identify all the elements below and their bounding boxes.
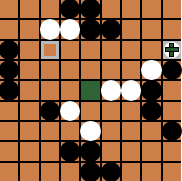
black-stone [60,141,80,161]
cell-r7c2[interactable] [41,142,59,160]
cursor-cell-r2c8[interactable] [163,41,181,59]
cell-r5c2[interactable] [41,102,59,120]
cell-r8c7[interactable] [142,163,160,181]
cell-r8c6[interactable] [122,163,140,181]
cell-r4c4[interactable] [81,81,99,99]
black-stone [141,101,161,121]
black-stone [141,80,161,100]
cell-r1c4[interactable] [81,20,99,38]
black-stone [80,141,100,161]
cell-r4c8[interactable] [163,81,181,99]
cell-r2c0[interactable] [0,41,18,59]
cell-r6c2[interactable] [41,122,59,140]
cell-r6c8[interactable] [163,122,181,140]
cell-r7c8[interactable] [163,142,181,160]
black-stone [80,0,100,19]
cell-r3c4[interactable] [81,61,99,79]
cell-r4c5[interactable] [102,81,120,99]
cell-r7c5[interactable] [102,142,120,160]
black-stone [162,121,182,141]
cell-r4c2[interactable] [41,81,59,99]
cell-r7c4[interactable] [81,142,99,160]
cell-r1c1[interactable] [20,20,38,38]
cell-r1c6[interactable] [122,20,140,38]
white-stone [40,19,60,39]
game-board [0,0,181,181]
cell-r0c5[interactable] [102,0,120,18]
black-stone [101,162,121,181]
cell-r5c6[interactable] [122,102,140,120]
cell-r6c5[interactable] [102,122,120,140]
cell-r5c1[interactable] [20,102,38,120]
selection-marker-cell-r2c2[interactable] [41,41,59,59]
cell-r3c6[interactable] [122,61,140,79]
white-stone [101,80,121,100]
cell-r7c0[interactable] [0,142,18,160]
cell-r0c6[interactable] [122,0,140,18]
cell-r0c7[interactable] [142,0,160,18]
cell-r8c0[interactable] [0,163,18,181]
cell-r5c4[interactable] [81,102,99,120]
white-stone [141,60,161,80]
cell-r8c3[interactable] [61,163,79,181]
cell-r3c8[interactable] [163,61,181,79]
cell-r5c7[interactable] [142,102,160,120]
cell-r7c1[interactable] [20,142,38,160]
cell-r0c3[interactable] [61,0,79,18]
cell-r8c4[interactable] [81,163,99,181]
cell-r6c7[interactable] [142,122,160,140]
cell-r3c0[interactable] [0,61,18,79]
black-stone [80,19,100,39]
cell-r1c0[interactable] [0,20,18,38]
cell-r6c4[interactable] [81,122,99,140]
black-stone [0,40,19,60]
cell-r6c6[interactable] [122,122,140,140]
cell-r3c2[interactable] [41,61,59,79]
cell-r5c8[interactable] [163,102,181,120]
cell-r6c0[interactable] [0,122,18,140]
cell-r4c3[interactable] [61,81,79,99]
cell-r8c8[interactable] [163,163,181,181]
cell-r1c2[interactable] [41,20,59,38]
black-stone [60,0,80,19]
cell-r5c0[interactable] [0,102,18,120]
cell-r0c2[interactable] [41,0,59,18]
black-stone [162,60,182,80]
cell-r2c1[interactable] [20,41,38,59]
cell-r0c1[interactable] [20,0,38,18]
cell-r6c3[interactable] [61,122,79,140]
black-stone [40,101,60,121]
cell-r4c7[interactable] [142,81,160,99]
cell-r0c0[interactable] [0,0,18,18]
cell-r1c8[interactable] [163,20,181,38]
cell-r3c5[interactable] [102,61,120,79]
black-stone [0,80,19,100]
cell-r2c3[interactable] [61,41,79,59]
cell-r4c6[interactable] [122,81,140,99]
crosshair-cursor-icon [166,48,178,51]
cell-r6c1[interactable] [20,122,38,140]
black-stone [0,60,19,80]
white-stone [80,121,100,141]
cell-r2c7[interactable] [142,41,160,59]
cell-r5c3[interactable] [61,102,79,120]
cell-r1c7[interactable] [142,20,160,38]
cell-r5c5[interactable] [102,102,120,120]
cell-r2c5[interactable] [102,41,120,59]
cell-r8c5[interactable] [102,163,120,181]
cell-r8c1[interactable] [20,163,38,181]
cell-r0c8[interactable] [163,0,181,18]
cell-r7c6[interactable] [122,142,140,160]
cell-r7c7[interactable] [142,142,160,160]
cell-r4c0[interactable] [0,81,18,99]
cell-r1c3[interactable] [61,20,79,38]
black-stone [80,162,100,181]
cell-r4c1[interactable] [20,81,38,99]
cell-r7c3[interactable] [61,142,79,160]
white-stone [121,80,141,100]
cell-r0c4[interactable] [81,0,99,18]
cell-r1c5[interactable] [102,20,120,38]
black-stone [101,19,121,39]
white-stone [60,101,80,121]
cell-r3c1[interactable] [20,61,38,79]
cell-r2c6[interactable] [122,41,140,59]
cell-r2c4[interactable] [81,41,99,59]
cell-r3c3[interactable] [61,61,79,79]
cell-r8c2[interactable] [41,163,59,181]
white-stone [60,19,80,39]
cell-r3c7[interactable] [142,61,160,79]
